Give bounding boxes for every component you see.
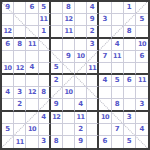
cell-r5c5[interactable] bbox=[51, 51, 63, 63]
cell-r2c2[interactable] bbox=[14, 14, 26, 26]
cell-r8c6[interactable]: 10 bbox=[63, 87, 75, 99]
cell-r9c7[interactable]: 4 bbox=[75, 99, 87, 111]
cell-r1c1[interactable]: 9 bbox=[2, 2, 14, 14]
cell-r3c9[interactable] bbox=[99, 26, 111, 38]
cell-r10c4[interactable]: 4 bbox=[39, 112, 51, 124]
cell-r5c11[interactable] bbox=[124, 51, 136, 63]
cell-r10c12[interactable] bbox=[136, 112, 148, 124]
cell-r11c7[interactable]: 2 bbox=[75, 124, 87, 136]
cell-r12c3[interactable] bbox=[26, 136, 38, 148]
cell-r11c5[interactable] bbox=[51, 124, 63, 136]
cell-r8c7[interactable] bbox=[75, 87, 87, 99]
cell-r6c2[interactable]: 12 bbox=[14, 63, 26, 75]
cell-r9c10[interactable]: 8 bbox=[112, 99, 124, 111]
cell-r6c9[interactable] bbox=[99, 63, 111, 75]
cell-r8c8[interactable] bbox=[87, 87, 99, 99]
cell-r2c7[interactable] bbox=[75, 14, 87, 26]
sudoku-board: 9658411112935121112868113410910711610124… bbox=[0, 0, 150, 150]
cell-r6c5[interactable]: 5 bbox=[51, 63, 63, 75]
cell-r1c8[interactable]: 4 bbox=[87, 2, 99, 14]
cell-r11c3[interactable]: 10 bbox=[26, 124, 38, 136]
cell-r9c12[interactable]: 3 bbox=[136, 99, 148, 111]
cell-r10c11[interactable]: 3 bbox=[124, 112, 136, 124]
cell-r7c8[interactable] bbox=[87, 75, 99, 87]
cell-r8c4[interactable]: 8 bbox=[39, 87, 51, 99]
cell-r7c10[interactable]: 5 bbox=[112, 75, 124, 87]
cell-r5c9[interactable]: 7 bbox=[99, 51, 111, 63]
cell-r12c2[interactable]: 11 bbox=[14, 136, 26, 148]
cell-r7c5[interactable]: 2 bbox=[51, 75, 63, 87]
cell-r12c12[interactable] bbox=[136, 136, 148, 148]
cell-r11c8[interactable] bbox=[87, 124, 99, 136]
cell-r9c2[interactable]: 2 bbox=[14, 99, 26, 111]
cell-r6c7[interactable] bbox=[75, 63, 87, 75]
cell-r2c12[interactable]: 5 bbox=[136, 14, 148, 26]
cell-r1c6[interactable]: 8 bbox=[63, 2, 75, 14]
cell-r3c7[interactable] bbox=[75, 26, 87, 38]
cell-r11c4[interactable] bbox=[39, 124, 51, 136]
cell-r8c3[interactable]: 12 bbox=[26, 87, 38, 99]
cell-r5c2[interactable] bbox=[14, 51, 26, 63]
cell-r8c5[interactable] bbox=[51, 87, 63, 99]
cell-r10c10[interactable] bbox=[112, 112, 124, 124]
cell-r1c7[interactable] bbox=[75, 2, 87, 14]
cell-r5c3[interactable] bbox=[26, 51, 38, 63]
cell-r7c4[interactable] bbox=[39, 75, 51, 87]
cell-r8c2[interactable]: 3 bbox=[14, 87, 26, 99]
cell-r7c3[interactable] bbox=[26, 75, 38, 87]
cell-r12c9[interactable]: 6 bbox=[99, 136, 111, 148]
cell-r7c2[interactable] bbox=[14, 75, 26, 87]
cell-r6c8[interactable]: 11 bbox=[87, 63, 99, 75]
cell-r9c4[interactable] bbox=[39, 99, 51, 111]
cell-r9c1[interactable] bbox=[2, 99, 14, 111]
cell-r6c6[interactable] bbox=[63, 63, 75, 75]
cell-r12c11[interactable]: 5 bbox=[124, 136, 136, 148]
cell-r2c3[interactable] bbox=[26, 14, 38, 26]
cell-r3c12[interactable] bbox=[136, 26, 148, 38]
cell-r2c9[interactable]: 3 bbox=[99, 14, 111, 26]
cell-r2c6[interactable]: 12 bbox=[63, 14, 75, 26]
cell-r7c7[interactable] bbox=[75, 75, 87, 87]
cell-r11c11[interactable] bbox=[124, 124, 136, 136]
cell-r6c4[interactable] bbox=[39, 63, 51, 75]
cell-r11c6[interactable] bbox=[63, 124, 75, 136]
cell-r4c12[interactable]: 10 bbox=[136, 39, 148, 51]
cell-r4c11[interactable] bbox=[124, 39, 136, 51]
cell-r4c8[interactable]: 3 bbox=[87, 39, 99, 51]
cell-r9c8[interactable] bbox=[87, 99, 99, 111]
cell-r8c10[interactable] bbox=[112, 87, 124, 99]
cell-r4c9[interactable] bbox=[99, 39, 111, 51]
cell-r5c7[interactable]: 10 bbox=[75, 51, 87, 63]
cell-r1c11[interactable]: 1 bbox=[124, 2, 136, 14]
cell-r4c3[interactable]: 11 bbox=[26, 39, 38, 51]
cell-r10c9[interactable]: 10 bbox=[99, 112, 111, 124]
cell-r5c10[interactable]: 11 bbox=[112, 51, 124, 63]
cell-r3c4[interactable]: 1 bbox=[39, 26, 51, 38]
cell-r11c10[interactable]: 7 bbox=[112, 124, 124, 136]
cell-r11c9[interactable] bbox=[99, 124, 111, 136]
cell-r4c7[interactable] bbox=[75, 39, 87, 51]
cell-r1c5[interactable] bbox=[51, 2, 63, 14]
cell-r6c3[interactable]: 4 bbox=[26, 63, 38, 75]
cell-r10c2[interactable] bbox=[14, 112, 26, 124]
cell-r3c5[interactable] bbox=[51, 26, 63, 38]
cell-r10c8[interactable] bbox=[87, 112, 99, 124]
cell-r6c12[interactable] bbox=[136, 63, 148, 75]
cell-r7c6[interactable] bbox=[63, 75, 75, 87]
cell-r10c6[interactable] bbox=[63, 112, 75, 124]
cell-r4c6[interactable] bbox=[63, 39, 75, 51]
cell-r10c7[interactable]: 11 bbox=[75, 112, 87, 124]
cell-r10c5[interactable]: 12 bbox=[51, 112, 63, 124]
cell-r10c1[interactable] bbox=[2, 112, 14, 124]
cell-r5c4[interactable] bbox=[39, 51, 51, 63]
cell-r8c11[interactable] bbox=[124, 87, 136, 99]
cell-r11c2[interactable] bbox=[14, 124, 26, 136]
cell-r3c3[interactable] bbox=[26, 26, 38, 38]
cell-r12c4[interactable]: 3 bbox=[39, 136, 51, 148]
cell-r12c1[interactable] bbox=[2, 136, 14, 148]
cell-r6c11[interactable] bbox=[124, 63, 136, 75]
cell-r5c1[interactable] bbox=[2, 51, 14, 63]
cell-r9c3[interactable] bbox=[26, 99, 38, 111]
cell-r12c8[interactable] bbox=[87, 136, 99, 148]
cell-r1c4[interactable]: 5 bbox=[39, 2, 51, 14]
cell-r5c6[interactable]: 9 bbox=[63, 51, 75, 63]
cell-r12c6[interactable] bbox=[63, 136, 75, 148]
cell-r11c1[interactable]: 5 bbox=[2, 124, 14, 136]
cell-r4c1[interactable]: 6 bbox=[2, 39, 14, 51]
cell-r9c11[interactable] bbox=[124, 99, 136, 111]
cell-r6c10[interactable] bbox=[112, 63, 124, 75]
cell-r9c6[interactable] bbox=[63, 99, 75, 111]
cell-r7c1[interactable] bbox=[2, 75, 14, 87]
cell-r9c5[interactable]: 9 bbox=[51, 99, 63, 111]
cell-r2c5[interactable] bbox=[51, 14, 63, 26]
cell-r12c5[interactable]: 8 bbox=[51, 136, 63, 148]
cell-r12c7[interactable]: 9 bbox=[75, 136, 87, 148]
cell-r2c11[interactable] bbox=[124, 14, 136, 26]
cell-r7c11[interactable]: 6 bbox=[124, 75, 136, 87]
cell-r1c12[interactable] bbox=[136, 2, 148, 14]
cell-r2c8[interactable]: 9 bbox=[87, 14, 99, 26]
cell-r11c12[interactable]: 4 bbox=[136, 124, 148, 136]
cell-r5c12[interactable]: 6 bbox=[136, 51, 148, 63]
cell-r3c10[interactable] bbox=[112, 26, 124, 38]
cell-r8c9[interactable] bbox=[99, 87, 111, 99]
cell-r10c3[interactable] bbox=[26, 112, 38, 124]
cell-r2c1[interactable] bbox=[2, 14, 14, 26]
cell-r2c10[interactable] bbox=[112, 14, 124, 26]
cell-r3c11[interactable]: 8 bbox=[124, 26, 136, 38]
cell-r4c4[interactable] bbox=[39, 39, 51, 51]
cell-r9c9[interactable] bbox=[99, 99, 111, 111]
cell-r1c9[interactable] bbox=[99, 2, 111, 14]
cell-r3c2[interactable] bbox=[14, 26, 26, 38]
cell-r1c3[interactable]: 6 bbox=[26, 2, 38, 14]
cell-r4c10[interactable]: 4 bbox=[112, 39, 124, 51]
cell-r3c1[interactable]: 12 bbox=[2, 26, 14, 38]
cell-r3c8[interactable]: 2 bbox=[87, 26, 99, 38]
cell-r7c9[interactable]: 4 bbox=[99, 75, 111, 87]
cell-r1c2[interactable] bbox=[14, 2, 26, 14]
cell-r1c10[interactable] bbox=[112, 2, 124, 14]
cell-r4c5[interactable] bbox=[51, 39, 63, 51]
cell-r5c8[interactable] bbox=[87, 51, 99, 63]
cell-r2c4[interactable]: 11 bbox=[39, 14, 51, 26]
cell-r12c10[interactable] bbox=[112, 136, 124, 148]
cell-r8c1[interactable]: 4 bbox=[2, 87, 14, 99]
cell-r6c1[interactable]: 10 bbox=[2, 63, 14, 75]
cell-r8c12[interactable] bbox=[136, 87, 148, 99]
cell-r4c2[interactable]: 8 bbox=[14, 39, 26, 51]
cell-r7c12[interactable]: 11 bbox=[136, 75, 148, 87]
cell-r3c6[interactable]: 11 bbox=[63, 26, 75, 38]
